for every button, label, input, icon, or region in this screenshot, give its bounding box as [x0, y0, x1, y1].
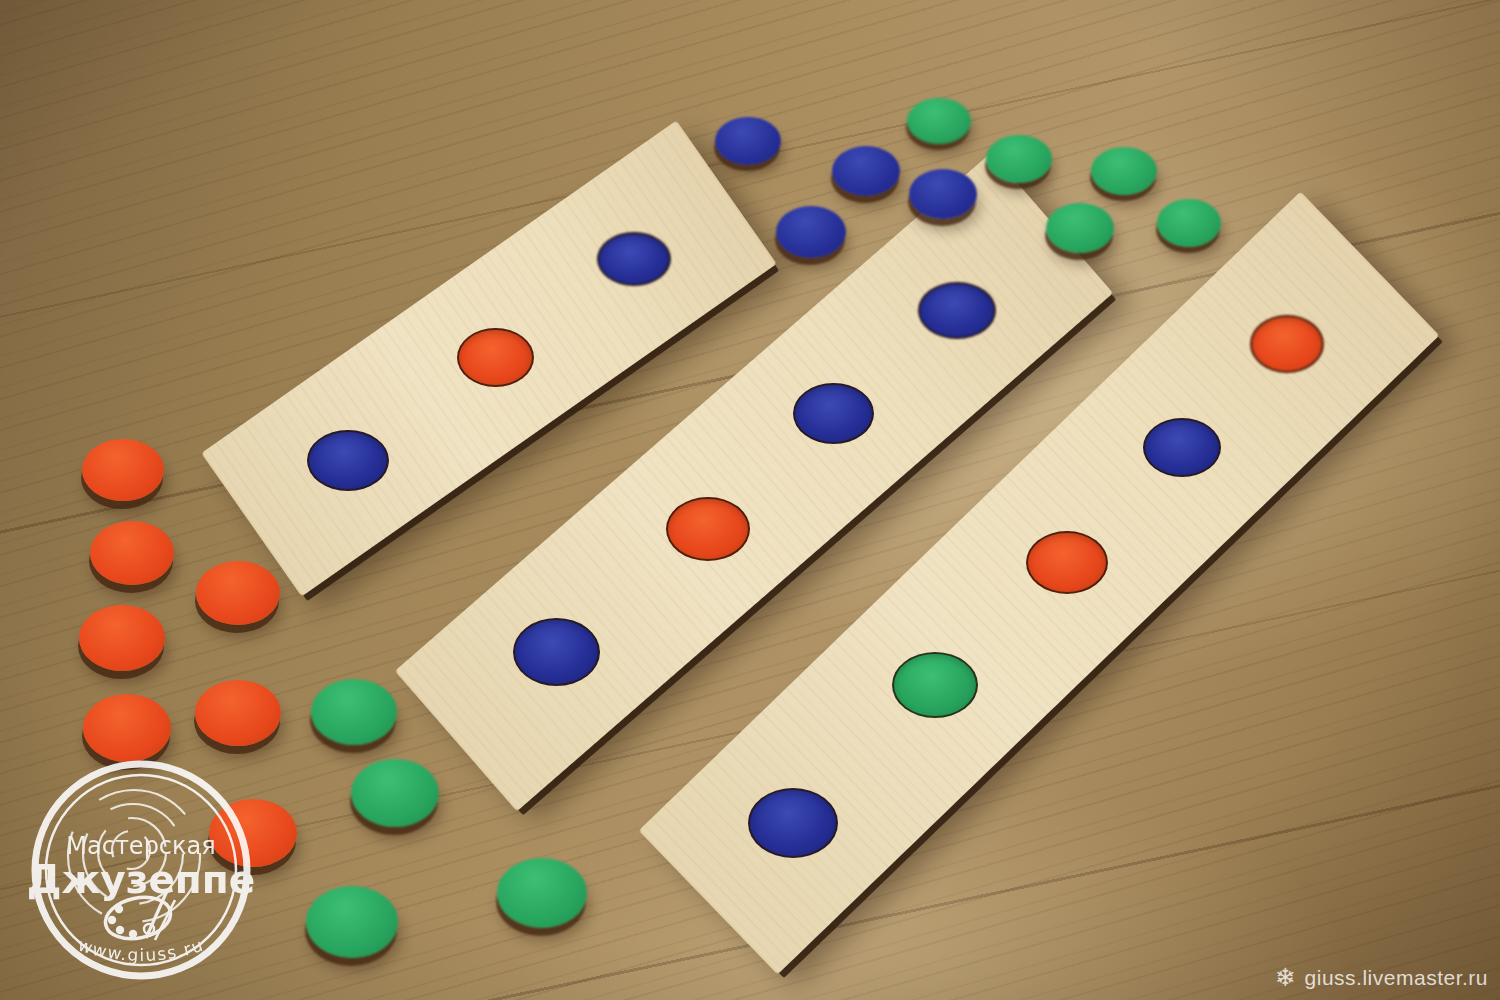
snowflake-icon: ❄: [1275, 965, 1296, 990]
board-circle-blue[interactable]: [793, 383, 874, 444]
board-circle-blue[interactable]: [918, 282, 996, 339]
token-red[interactable]: [196, 561, 280, 625]
token-green[interactable]: [1046, 203, 1114, 253]
token-red[interactable]: [82, 439, 164, 501]
token-blue[interactable]: [715, 117, 781, 165]
board-circle-red[interactable]: [457, 328, 534, 387]
watermark-corner: ❄ giuss.livemaster.ru: [1275, 965, 1488, 990]
token-red[interactable]: [79, 605, 165, 671]
token-green[interactable]: [1157, 199, 1221, 247]
token-blue[interactable]: [909, 169, 977, 219]
photo-scene: Мастерская Джузеппе www.giuss.ru ❄ giuss…: [0, 0, 1500, 1000]
watermark-corner-text: giuss.livemaster.ru: [1305, 966, 1488, 990]
token-blue[interactable]: [776, 206, 846, 258]
token-red[interactable]: [90, 521, 174, 585]
board-circle-blue[interactable]: [1143, 418, 1221, 477]
board-circle-green[interactable]: [892, 652, 978, 718]
board-circle-blue[interactable]: [748, 788, 838, 858]
board-circle-blue[interactable]: [513, 618, 600, 686]
token-blue[interactable]: [832, 146, 900, 196]
board-circle-red[interactable]: [1026, 531, 1108, 594]
board-circle-blue[interactable]: [597, 232, 671, 286]
token-red[interactable]: [195, 680, 281, 746]
token-green[interactable]: [1091, 147, 1157, 195]
token-green[interactable]: [907, 98, 971, 144]
token-green[interactable]: [986, 135, 1052, 183]
token-green[interactable]: [497, 858, 587, 928]
logo-line1: Мастерская: [66, 832, 215, 860]
token-green[interactable]: [306, 886, 398, 958]
token-green[interactable]: [351, 759, 439, 827]
logo-line2: Джузеппе: [27, 857, 255, 902]
watermark-logo: Мастерская Джузеппе www.giuss.ru: [20, 752, 262, 994]
board-circle-red[interactable]: [1250, 315, 1324, 373]
board-circle-blue[interactable]: [307, 430, 389, 491]
token-green[interactable]: [311, 679, 397, 745]
board-circle-red[interactable]: [666, 497, 750, 561]
